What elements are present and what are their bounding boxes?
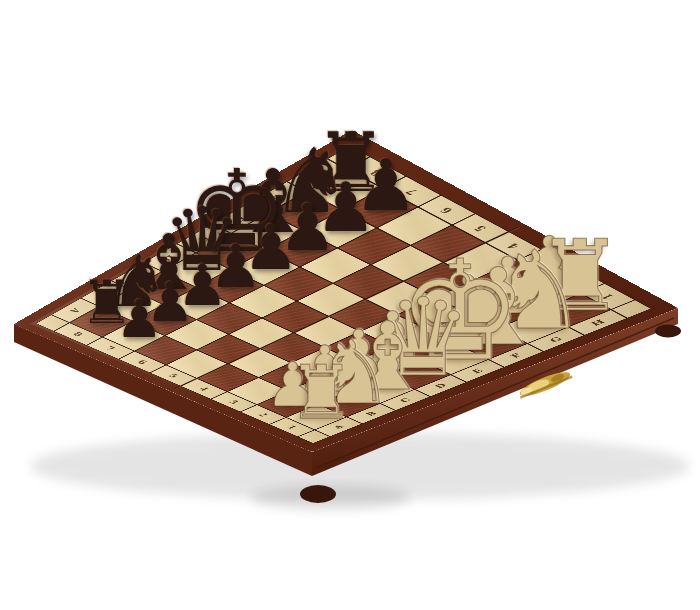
photo-stage: ABCDEFGH8877665544332211ABCDEFGH ♜♞♝♛♚♝♞…: [0, 0, 700, 610]
piece-black-pawn-a7[interactable]: ♟: [116, 293, 163, 346]
pieces-layer: ♜♞♝♛♚♝♞♜♟♟♟♟♟♟♟♟♟♟♟♟♟♟♟♟♜♞♝♛♚♝♞♜: [0, 0, 700, 610]
piece-white-rook-a1[interactable]: ♜: [288, 355, 354, 429]
